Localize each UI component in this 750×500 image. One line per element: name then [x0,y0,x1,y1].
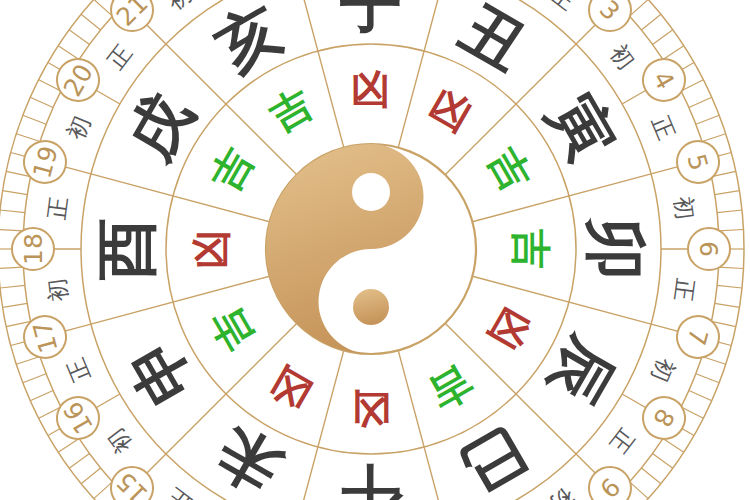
tick [23,374,46,383]
tick [641,468,661,484]
yinyang-symbol [266,144,476,354]
tick [0,210,25,213]
tick [81,468,101,484]
tick [69,30,89,45]
tick [630,482,649,499]
branch-label: 酉 [96,218,158,280]
tick [663,439,684,453]
tick [696,115,719,124]
fortune-label: 吉 [511,229,551,269]
halfhour-label: 初 [671,195,697,221]
tick [715,191,740,195]
tick [689,391,712,401]
tick [689,97,712,107]
yinyang-gold-dot [353,289,389,325]
halfhour-label: 正 [671,277,697,303]
fortune-label: 凶 [351,69,391,109]
tick [23,115,46,124]
tick [715,303,740,307]
fortune-label: 凶 [351,389,391,429]
hour-number-badge: 6 [687,227,731,271]
tick [641,14,661,30]
branch-label: 卯 [584,218,646,280]
tick [696,374,719,383]
tick [0,285,25,288]
branch-label: 子 [340,0,402,36]
tick [717,210,742,213]
tick [30,97,53,107]
zodiac-fortune-wheel: 345678915161718192021正初正初正初正初正初正初正初正初子凶丑… [0,0,750,500]
halfhour-label: 初 [45,277,71,303]
tick [719,267,744,268]
tick [653,30,673,45]
tick [30,391,53,401]
tick [653,454,673,469]
tick [717,285,742,288]
halfhour-label: 正 [45,195,71,221]
branch-label: 午 [340,462,402,500]
yinyang-white-dot [352,173,390,211]
tick [81,14,101,30]
tick [3,191,28,195]
tick [3,303,28,307]
fortune-label: 凶 [191,229,231,269]
hour-number-badge: 18 [11,227,55,271]
tick [69,454,89,469]
tick [58,439,79,453]
